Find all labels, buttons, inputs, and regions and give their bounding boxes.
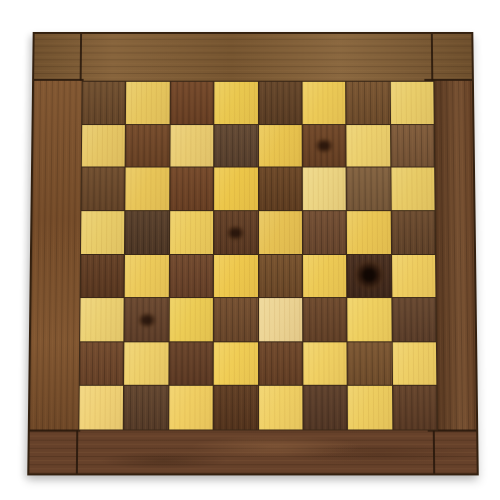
square-r5c3-dark: [214, 298, 258, 341]
photo-canvas: [0, 0, 500, 500]
square-r1c6-light: [347, 125, 390, 167]
square-r0c6-dark: [346, 82, 389, 124]
square-r7c0-light: [79, 386, 123, 429]
square-r0c4-dark: [258, 82, 301, 124]
frame-right-rail: [434, 81, 476, 431]
square-r2c7-light: [391, 168, 435, 210]
chessboard: [27, 32, 479, 475]
square-r5c1-dark: [125, 298, 169, 341]
square-r7c1-dark: [124, 386, 168, 429]
square-r4c2-dark: [170, 254, 214, 297]
square-r7c6-light: [348, 386, 392, 429]
frame-joint-line: [433, 431, 435, 474]
square-r2c5-light: [303, 168, 346, 210]
board-grid: [78, 81, 438, 431]
square-r4c0-dark: [81, 254, 125, 297]
square-r7c3-dark: [214, 386, 258, 429]
square-r2c2-dark: [170, 168, 213, 210]
square-r3c4-light: [258, 211, 301, 253]
square-r0c7-light: [390, 82, 433, 124]
square-r1c3-dark: [214, 125, 257, 167]
square-r1c2-light: [170, 125, 213, 167]
square-r5c2-light: [169, 298, 213, 341]
frame-joint-line: [30, 429, 81, 431]
square-r3c3-dark: [214, 211, 257, 253]
square-r6c5-light: [303, 342, 347, 385]
square-r1c4-light: [258, 125, 301, 167]
square-r3c6-light: [347, 211, 391, 253]
square-r1c0-light: [82, 125, 125, 167]
square-r4c6-dark: [347, 254, 391, 297]
square-r5c0-light: [80, 298, 124, 341]
frame-bottom-rail: [29, 431, 476, 474]
square-r2c3-light: [214, 168, 257, 210]
square-r0c2-dark: [170, 82, 213, 124]
square-r6c7-light: [392, 342, 436, 385]
frame-top-rail: [34, 34, 472, 81]
square-r6c6-dark: [348, 342, 392, 385]
square-r7c5-dark: [303, 386, 347, 429]
square-r3c5-dark: [303, 211, 346, 253]
square-r6c0-dark: [80, 342, 124, 385]
square-r6c3-light: [214, 342, 258, 385]
square-r0c5-light: [302, 82, 345, 124]
square-r7c2-light: [169, 386, 213, 429]
square-r2c6-dark: [347, 168, 390, 210]
square-r2c1-light: [126, 168, 169, 210]
square-r7c7-dark: [393, 386, 437, 429]
square-r3c0-light: [81, 211, 125, 253]
square-r0c3-light: [214, 82, 257, 124]
square-r6c2-dark: [169, 342, 213, 385]
square-r5c6-light: [347, 298, 391, 341]
square-r5c7-dark: [392, 298, 436, 341]
square-r3c7-dark: [391, 211, 435, 253]
square-r1c1-dark: [126, 125, 169, 167]
square-r7c4-light: [259, 386, 303, 429]
square-r4c3-light: [214, 254, 257, 297]
square-r1c5-dark: [303, 125, 346, 167]
square-r4c4-dark: [259, 254, 302, 297]
frame-joint-line: [34, 79, 84, 81]
square-r2c4-dark: [258, 168, 301, 210]
square-r4c1-light: [125, 254, 169, 297]
frame-joint-line: [76, 431, 78, 474]
square-r4c7-light: [392, 254, 436, 297]
square-r2c0-dark: [81, 168, 125, 210]
square-r1c7-dark: [391, 125, 434, 167]
square-r6c1-light: [124, 342, 168, 385]
square-r5c4-light: [259, 298, 303, 341]
square-r3c2-light: [170, 211, 213, 253]
square-r5c5-dark: [303, 298, 347, 341]
square-r3c1-dark: [125, 211, 169, 253]
square-r0c1-light: [126, 82, 169, 124]
square-r6c4-dark: [259, 342, 303, 385]
square-r4c5-light: [303, 254, 347, 297]
square-r0c0-dark: [82, 82, 125, 124]
frame-left-rail: [30, 81, 84, 431]
